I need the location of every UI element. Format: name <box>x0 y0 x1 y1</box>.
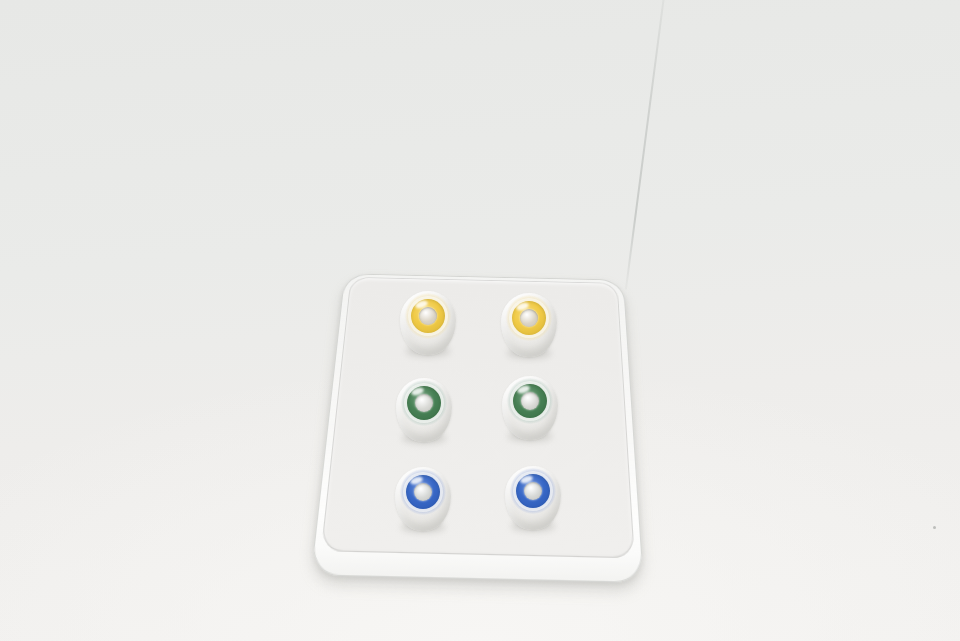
tip-nozzle-hole <box>524 482 542 500</box>
ear-tip-green-left <box>395 376 453 446</box>
tip-nozzle-hole <box>414 483 432 501</box>
ear-tip-yellow-left <box>399 289 457 359</box>
tip-nozzle-hole <box>520 309 538 327</box>
ear-tip-blue-left <box>394 465 452 535</box>
ear-tip-yellow-right <box>500 291 558 361</box>
tip-nozzle-hole <box>419 307 437 325</box>
tip-nozzle-hole <box>521 392 539 410</box>
photo-backdrop <box>0 0 960 641</box>
ear-tip-green-right <box>501 374 559 444</box>
ear-tip-blue-right <box>504 464 562 534</box>
tip-nozzle-hole <box>415 394 433 412</box>
tips-layer <box>0 0 960 641</box>
